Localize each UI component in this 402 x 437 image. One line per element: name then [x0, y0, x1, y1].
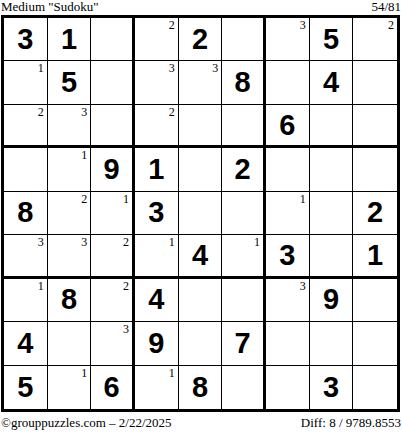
given-digit: 2	[367, 198, 383, 227]
pencil-mark: 1	[169, 235, 175, 249]
cell-r2c3[interactable]	[91, 61, 135, 104]
cell-r1c6[interactable]	[222, 18, 266, 61]
cell-r5c4[interactable]: 3	[135, 192, 179, 235]
cell-r5c6[interactable]	[222, 192, 266, 235]
cell-r3c7[interactable]: 6	[266, 105, 310, 148]
given-digit: 3	[148, 198, 164, 227]
cell-r6c2[interactable]: 3	[48, 235, 92, 278]
cell-r4c2[interactable]: 1	[48, 148, 92, 191]
cell-r9c6[interactable]	[222, 366, 266, 409]
cell-r7c6[interactable]	[222, 279, 266, 322]
cell-r4c5[interactable]	[179, 148, 223, 191]
cell-r3c2[interactable]: 3	[48, 105, 92, 148]
pencil-mark: 3	[169, 61, 175, 75]
cell-r7c5[interactable]	[179, 279, 223, 322]
given-digit: 9	[104, 155, 120, 184]
cell-r2c5[interactable]: 3	[179, 61, 223, 104]
cell-r3c1[interactable]: 2	[4, 105, 48, 148]
cell-r2c8[interactable]: 4	[310, 61, 354, 104]
cell-r9c1[interactable]: 5	[4, 366, 48, 409]
cell-r4c1[interactable]	[4, 148, 48, 191]
cell-r3c4[interactable]: 2	[135, 105, 179, 148]
pencil-mark: 3	[81, 105, 87, 119]
cell-r3c6[interactable]	[222, 105, 266, 148]
cell-r1c3[interactable]	[91, 18, 135, 61]
given-digit: 3	[279, 241, 295, 270]
footer: ©grouppuzzles.com – 2/22/2025 Diff: 8 / …	[0, 412, 402, 430]
cell-r7c9[interactable]	[353, 279, 397, 322]
cell-r3c3[interactable]	[91, 105, 135, 148]
pencil-mark: 2	[388, 18, 394, 32]
given-digit: 8	[61, 285, 77, 314]
pencil-mark: 1	[169, 366, 175, 380]
given-digit: 3	[323, 373, 339, 402]
cell-r7c8[interactable]: 9	[310, 279, 354, 322]
pencil-mark: 1	[123, 192, 129, 206]
cell-r8c6[interactable]: 7	[222, 322, 266, 365]
cell-r5c1[interactable]: 8	[4, 192, 48, 235]
cell-r9c8[interactable]: 3	[310, 366, 354, 409]
difficulty-text: Diff: 8 / 9789.8553	[301, 415, 401, 430]
cell-r5c5[interactable]	[179, 192, 223, 235]
cell-r6c6[interactable]: 1	[222, 235, 266, 278]
pencil-mark: 2	[38, 105, 44, 119]
cell-r3c9[interactable]	[353, 105, 397, 148]
given-digit: 9	[148, 329, 164, 358]
cell-r3c5[interactable]	[179, 105, 223, 148]
cell-r4c4[interactable]: 1	[135, 148, 179, 191]
given-digit: 9	[323, 285, 339, 314]
cell-r9c3[interactable]: 6	[91, 366, 135, 409]
pencil-mark: 1	[81, 366, 87, 380]
pencil-mark: 1	[81, 148, 87, 162]
given-digit: 8	[17, 198, 33, 227]
pencil-mark: 2	[123, 279, 129, 293]
given-digit: 6	[279, 111, 295, 140]
pencil-mark: 3	[123, 322, 129, 336]
cell-r7c2[interactable]: 8	[48, 279, 92, 322]
pencil-mark: 3	[38, 235, 44, 249]
given-digit: 8	[192, 373, 208, 402]
pencil-mark: 2	[123, 235, 129, 249]
cell-r6c4[interactable]: 1	[135, 235, 179, 278]
cell-r1c1[interactable]: 3	[4, 18, 48, 61]
cell-r4c9[interactable]	[353, 148, 397, 191]
cell-r6c5[interactable]: 4	[179, 235, 223, 278]
cell-r7c1[interactable]: 1	[4, 279, 48, 322]
progress-counter: 54/81	[371, 0, 401, 14]
cell-r7c4[interactable]: 4	[135, 279, 179, 322]
pencil-mark: 1	[38, 279, 44, 293]
cell-r1c5[interactable]: 2	[179, 18, 223, 61]
cell-r8c4[interactable]: 9	[135, 322, 179, 365]
cell-r1c8[interactable]: 5	[310, 18, 354, 61]
cell-r2c6[interactable]: 8	[222, 61, 266, 104]
cell-r8c7[interactable]	[266, 322, 310, 365]
cell-r7c7[interactable]: 3	[266, 279, 310, 322]
cell-r4c7[interactable]	[266, 148, 310, 191]
page-title: Medium "Sudoku"	[1, 0, 99, 14]
cell-r2c9[interactable]	[353, 61, 397, 104]
cell-r8c5[interactable]	[179, 322, 223, 365]
sudoku-board: 3122352153384232619128213123321413118243…	[1, 15, 400, 412]
cell-r1c7[interactable]: 3	[266, 18, 310, 61]
cell-r6c3[interactable]: 2	[91, 235, 135, 278]
copyright-text: ©grouppuzzles.com – 2/22/2025	[1, 415, 172, 430]
cell-r6c9[interactable]: 1	[353, 235, 397, 278]
cell-r5c9[interactable]: 2	[353, 192, 397, 235]
header: Medium "Sudoku" 54/81	[0, 0, 402, 15]
pencil-mark: 3	[212, 61, 218, 75]
cell-r8c8[interactable]	[310, 322, 354, 365]
given-digit: 7	[235, 329, 251, 358]
cell-r2c4[interactable]: 3	[135, 61, 179, 104]
cell-r6c8[interactable]	[310, 235, 354, 278]
cell-r9c2[interactable]: 1	[48, 366, 92, 409]
given-digit: 1	[61, 25, 77, 54]
given-digit: 2	[235, 155, 251, 184]
given-digit: 8	[235, 68, 251, 97]
given-digit: 5	[61, 68, 77, 97]
cell-r4c3[interactable]: 9	[91, 148, 135, 191]
cell-r8c3[interactable]: 3	[91, 322, 135, 365]
cell-r4c6[interactable]: 2	[222, 148, 266, 191]
given-digit: 4	[148, 285, 164, 314]
given-digit: 5	[17, 373, 33, 402]
cell-r6c1[interactable]: 3	[4, 235, 48, 278]
pencil-mark: 2	[169, 105, 175, 119]
cell-r9c5[interactable]: 8	[179, 366, 223, 409]
given-digit: 1	[148, 155, 164, 184]
cell-r2c1[interactable]: 1	[4, 61, 48, 104]
cell-r6c7[interactable]: 3	[266, 235, 310, 278]
cell-r1c4[interactable]: 2	[135, 18, 179, 61]
cell-r8c1[interactable]: 4	[4, 322, 48, 365]
cell-r4c8[interactable]	[310, 148, 354, 191]
cell-r9c7[interactable]	[266, 366, 310, 409]
pencil-mark: 1	[38, 61, 44, 75]
given-digit: 6	[104, 373, 120, 402]
pencil-mark: 2	[81, 192, 87, 206]
cell-r2c2[interactable]: 5	[48, 61, 92, 104]
cell-r1c2[interactable]: 1	[48, 18, 92, 61]
pencil-mark: 3	[300, 18, 306, 32]
cell-r3c8[interactable]	[310, 105, 354, 148]
cell-r7c3[interactable]: 2	[91, 279, 135, 322]
cell-r1c9[interactable]: 2	[353, 18, 397, 61]
given-digit: 1	[367, 241, 383, 270]
cell-r5c8[interactable]	[310, 192, 354, 235]
pencil-mark: 3	[81, 235, 87, 249]
given-digit: 4	[323, 68, 339, 97]
sudoku-page: Medium "Sudoku" 54/81 312235215338423261…	[0, 0, 402, 437]
cell-r9c4[interactable]: 1	[135, 366, 179, 409]
cell-r5c3[interactable]: 1	[91, 192, 135, 235]
pencil-mark: 3	[300, 279, 306, 293]
cell-r8c9[interactable]	[353, 322, 397, 365]
given-digit: 4	[192, 241, 208, 270]
pencil-mark: 2	[169, 18, 175, 32]
cell-r5c7[interactable]: 1	[266, 192, 310, 235]
given-digit: 5	[323, 25, 339, 54]
cell-r8c2[interactable]	[48, 322, 92, 365]
given-digit: 4	[17, 329, 33, 358]
cell-r9c9[interactable]	[353, 366, 397, 409]
given-digit: 3	[17, 25, 33, 54]
cell-r2c7[interactable]	[266, 61, 310, 104]
pencil-mark: 1	[254, 235, 260, 249]
cell-r5c2[interactable]: 2	[48, 192, 92, 235]
given-digit: 2	[192, 25, 208, 54]
pencil-mark: 1	[300, 192, 306, 206]
